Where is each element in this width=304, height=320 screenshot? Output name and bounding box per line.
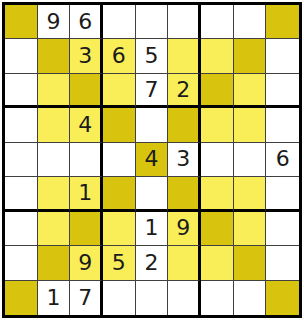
cell-r8c7[interactable] (201, 246, 234, 280)
cell-r1c2[interactable]: 9 (38, 5, 71, 39)
cell-r5c8[interactable] (234, 143, 267, 177)
cell-r6c8[interactable] (234, 177, 267, 211)
cell-r5c9[interactable]: 6 (266, 143, 299, 177)
cell-r5c1[interactable] (5, 143, 38, 177)
cell-r1c7[interactable] (201, 5, 234, 39)
cell-r7c4[interactable] (103, 212, 136, 246)
cell-r9c3[interactable]: 7 (70, 281, 103, 315)
cell-r3c7[interactable] (201, 74, 234, 108)
cell-r1c9[interactable] (266, 5, 299, 39)
cell-r9c5[interactable] (136, 281, 169, 315)
cell-r7c5[interactable]: 1 (136, 212, 169, 246)
cell-r8c1[interactable] (5, 246, 38, 280)
cell-r1c1[interactable] (5, 5, 38, 39)
cell-r7c9[interactable] (266, 212, 299, 246)
cell-r1c3[interactable]: 6 (70, 5, 103, 39)
cell-r3c5[interactable]: 7 (136, 74, 169, 108)
cell-r3c9[interactable] (266, 74, 299, 108)
cell-r8c9[interactable] (266, 246, 299, 280)
cell-r8c6[interactable] (168, 246, 201, 280)
cell-r5c5[interactable]: 4 (136, 143, 169, 177)
cell-r3c6[interactable]: 2 (168, 74, 201, 108)
cell-r8c3[interactable]: 9 (70, 246, 103, 280)
cell-r2c9[interactable] (266, 39, 299, 73)
cell-r7c8[interactable] (234, 212, 267, 246)
cell-r9c6[interactable] (168, 281, 201, 315)
cell-r9c4[interactable] (103, 281, 136, 315)
cell-r4c4[interactable] (103, 108, 136, 142)
cell-r6c4[interactable] (103, 177, 136, 211)
cell-r1c4[interactable] (103, 5, 136, 39)
cell-r9c7[interactable] (201, 281, 234, 315)
cell-r4c5[interactable] (136, 108, 169, 142)
cell-r3c2[interactable] (38, 74, 71, 108)
cell-r6c5[interactable] (136, 177, 169, 211)
cell-r4c6[interactable] (168, 108, 201, 142)
cell-r4c2[interactable] (38, 108, 71, 142)
cell-r3c8[interactable] (234, 74, 267, 108)
cell-r2c8[interactable] (234, 39, 267, 73)
cell-r6c1[interactable] (5, 177, 38, 211)
sudoku-puzzle: 9636572443611995217 (0, 0, 304, 320)
cell-r9c1[interactable] (5, 281, 38, 315)
cell-r4c7[interactable] (201, 108, 234, 142)
cell-r2c6[interactable] (168, 39, 201, 73)
cell-r8c8[interactable] (234, 246, 267, 280)
cell-r6c2[interactable] (38, 177, 71, 211)
cell-r4c8[interactable] (234, 108, 267, 142)
cell-r3c3[interactable] (70, 74, 103, 108)
cell-r6c3[interactable]: 1 (70, 177, 103, 211)
cell-r4c3[interactable]: 4 (70, 108, 103, 142)
cell-r2c1[interactable] (5, 39, 38, 73)
cell-r6c9[interactable] (266, 177, 299, 211)
cell-r9c8[interactable] (234, 281, 267, 315)
cell-r1c5[interactable] (136, 5, 169, 39)
cell-r3c1[interactable] (5, 74, 38, 108)
cell-r5c6[interactable]: 3 (168, 143, 201, 177)
cell-r4c9[interactable] (266, 108, 299, 142)
cell-r4c1[interactable] (5, 108, 38, 142)
cell-r5c2[interactable] (38, 143, 71, 177)
cell-r2c2[interactable] (38, 39, 71, 73)
cell-r9c2[interactable]: 1 (38, 281, 71, 315)
cell-r7c3[interactable] (70, 212, 103, 246)
cell-r7c7[interactable] (201, 212, 234, 246)
cell-r6c7[interactable] (201, 177, 234, 211)
cell-r1c6[interactable] (168, 5, 201, 39)
cell-r8c2[interactable] (38, 246, 71, 280)
cell-r7c2[interactable] (38, 212, 71, 246)
cell-r8c5[interactable]: 2 (136, 246, 169, 280)
cell-r6c6[interactable] (168, 177, 201, 211)
cell-r8c4[interactable]: 5 (103, 246, 136, 280)
sudoku-board: 9636572443611995217 (2, 2, 302, 318)
cell-r2c4[interactable]: 6 (103, 39, 136, 73)
cell-r3c4[interactable] (103, 74, 136, 108)
cell-r9c9[interactable] (266, 281, 299, 315)
cell-r7c6[interactable]: 9 (168, 212, 201, 246)
cell-r5c4[interactable] (103, 143, 136, 177)
cell-r2c7[interactable] (201, 39, 234, 73)
cell-r1c8[interactable] (234, 5, 267, 39)
cell-r7c1[interactable] (5, 212, 38, 246)
cell-r2c5[interactable]: 5 (136, 39, 169, 73)
cell-r2c3[interactable]: 3 (70, 39, 103, 73)
cell-r5c3[interactable] (70, 143, 103, 177)
cell-r5c7[interactable] (201, 143, 234, 177)
